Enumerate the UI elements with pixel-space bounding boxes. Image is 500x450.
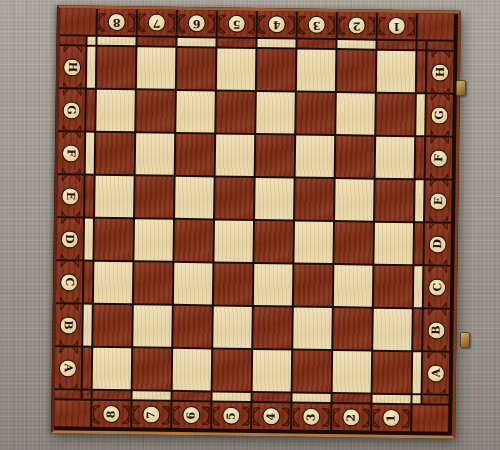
square-H3[interactable] [297,50,336,92]
coordinate-medallion: 5 [228,15,246,33]
frame-strip-bottom-8 [372,395,410,404]
coordinate-label: B [431,325,442,334]
rank-label-left-E: E [57,175,84,216]
corner-top-right [418,13,454,40]
square-A4[interactable] [253,350,292,392]
coordinate-medallion: 8 [102,405,120,423]
square-G7[interactable] [136,90,175,132]
scroll-ornament-icon [429,86,450,93]
square-F2[interactable] [336,136,375,178]
frame-strip-corner-br [412,395,420,403]
square-H6[interactable] [177,48,216,90]
coordinate-label: 5 [233,18,241,29]
square-E2[interactable] [335,179,374,221]
scroll-ornament-icon [332,407,341,428]
coordinate-medallion: 1 [388,17,406,35]
coordinate-medallion: 7 [142,405,160,423]
square-G6[interactable] [176,91,215,133]
coordinate-label: E [433,197,444,206]
scroll-ornament-icon [241,405,250,426]
frame-strip-left-7 [83,305,92,346]
square-G2[interactable] [336,93,375,135]
frame-strip-bottom-6 [292,394,330,403]
scroll-ornament-icon [62,46,83,53]
coordinate-medallion: 5 [222,407,240,425]
scroll-ornament-icon [59,210,80,217]
file-label-top-6: 6 [178,10,216,37]
scroll-ornament-icon [58,296,79,303]
corner-band-right-bottom [422,395,448,403]
scroll-ornament-icon [138,12,147,33]
rank-label-right-B: B [423,309,450,350]
file-label-top-7: 7 [138,9,176,36]
coordinate-medallion: B [59,316,77,334]
square-H2[interactable] [337,50,376,92]
coordinate-medallion: 3 [308,16,326,34]
rank-label-left-B: B [55,304,82,345]
scroll-ornament-icon [428,172,449,179]
frame-strip-top-7 [337,40,375,49]
scroll-ornament-icon [430,51,451,58]
square-H8[interactable] [97,47,136,89]
frame-strip-top-4 [217,38,255,47]
rank-label-right-A: A [423,352,450,393]
frame-strip-top-5 [257,39,295,48]
scroll-ornament-icon [425,387,446,394]
square-E6[interactable] [175,177,214,219]
scroll-ornament-icon [427,258,448,265]
scroll-ornament-icon [292,406,301,427]
frame-strip-left-6 [84,262,93,303]
square-D3[interactable] [294,222,333,264]
rank-label-left-F: F [58,132,85,173]
square-D6[interactable] [174,220,213,262]
scroll-ornament-icon [58,347,79,354]
coordinate-label: B [63,320,74,329]
corner-band-left-top [59,36,85,44]
frame-strip-top-6 [297,40,335,49]
coordinate-medallion: D [429,235,447,253]
scroll-ornament-icon [218,13,227,34]
square-C6[interactable] [174,263,213,305]
square-G8[interactable] [96,90,135,132]
scroll-ornament-icon [207,13,216,34]
coordinate-label: 3 [313,19,321,30]
square-F5[interactable] [216,134,255,176]
scroll-ornament-icon [167,12,176,33]
square-H7[interactable] [137,47,176,89]
coordinate-medallion: A [427,364,445,382]
frame-strip-right-1 [417,51,426,92]
file-label-bottom-4: 4 [252,403,290,430]
square-C7[interactable] [134,262,173,304]
square-B3[interactable] [293,308,332,350]
coordinate-label: D [432,239,443,249]
frame-strip-left-3 [86,133,95,174]
scroll-ornament-icon [407,16,416,37]
square-F1[interactable] [376,137,415,179]
coordinate-label: 7 [153,17,161,28]
scroll-ornament-icon [59,261,80,268]
scroll-ornament-icon [401,408,410,429]
rank-label-right-C: C [424,266,451,307]
coordinate-label: 1 [393,20,401,31]
coordinate-label: G [66,105,77,115]
square-C2[interactable] [334,265,373,307]
scroll-ornament-icon [161,404,170,425]
coordinate-label: H [435,67,446,78]
square-B7[interactable] [133,305,172,347]
square-A7[interactable] [133,348,172,390]
square-A6[interactable] [173,349,212,391]
square-G4[interactable] [256,92,295,134]
file-label-bottom-6: 6 [172,402,210,429]
square-D5[interactable] [214,220,253,262]
scroll-ornament-icon [132,404,141,425]
coordinate-medallion: F [430,149,448,167]
coordinate-medallion: 6 [182,406,200,424]
square-E1[interactable] [375,180,414,222]
coordinate-label: A [430,369,441,378]
scroll-ornament-icon [178,12,187,33]
corner-band-left-bottom [55,390,81,398]
square-H4[interactable] [257,49,296,91]
frame-strip-top-3 [177,38,215,47]
rank-label-right-D: D [424,223,451,264]
frame-strip-bottom-5 [253,393,291,402]
scroll-ornament-icon [172,404,181,425]
scroll-ornament-icon [61,124,82,131]
scroll-ornament-icon [59,253,80,260]
square-D4[interactable] [254,221,293,263]
square-A8[interactable] [93,348,132,390]
coordinate-medallion: E [429,192,447,210]
square-H1[interactable] [377,51,416,93]
scroll-ornament-icon [321,406,330,427]
scroll-ornament-icon [247,13,256,34]
rank-label-left-D: D [56,218,83,259]
file-label-top-8: 8 [98,9,136,36]
rank-label-left-H: H [59,46,86,87]
square-A3[interactable] [293,351,332,393]
scroll-ornament-icon [58,304,79,311]
coordinate-medallion: H [431,63,449,81]
square-B4[interactable] [253,307,292,349]
coordinate-label: F [433,154,444,162]
scroll-ornament-icon [298,14,307,35]
coordinate-label: 8 [106,410,117,418]
corner-bottom-left [54,400,90,427]
frame-strip-right-8 [413,352,422,393]
frame-strip-left-8 [83,348,92,389]
frame-strip-bottom-7 [332,394,370,403]
chess-board: 88HH77GG66FF55EE44DD33CC22BB11AA [51,5,461,439]
scroll-ornament-icon [361,407,370,428]
scroll-ornament-icon [281,406,290,427]
scroll-ornament-icon [428,180,449,187]
scroll-ornament-icon [57,382,78,389]
coordinate-label: 6 [193,18,201,29]
scroll-ornament-icon [372,407,381,428]
square-G1[interactable] [376,94,415,136]
scroll-ornament-icon [61,89,82,96]
square-E8[interactable] [95,176,134,218]
coordinate-label: 3 [306,413,317,421]
coordinate-medallion: 2 [342,408,360,426]
frame-strip-right-5 [414,223,423,264]
coordinate-medallion: H [63,58,81,76]
scroll-ornament-icon [429,129,450,136]
square-E5[interactable] [215,177,254,219]
square-B1[interactable] [373,309,412,351]
square-F8[interactable] [96,133,135,175]
square-A1[interactable] [373,352,412,394]
rank-label-right-H: H [427,51,454,92]
frame-strip-left-1 [87,47,96,88]
square-G5[interactable] [216,91,255,133]
scroll-ornament-icon [212,405,221,426]
scroll-ornament-icon [61,81,82,88]
square-F7[interactable] [136,133,175,175]
square-D1[interactable] [374,223,413,265]
coordinate-label: H [67,62,78,73]
scroll-ornament-icon [61,132,82,139]
coordinate-medallion: G [430,106,448,124]
file-label-top-3: 3 [298,12,336,39]
square-C8[interactable] [94,262,133,304]
frame-strip-bottom-4 [213,392,251,401]
square-C1[interactable] [374,266,413,308]
coordinate-label: 7 [146,411,157,419]
coordinate-medallion: G [62,101,80,119]
coordinate-medallion: 6 [188,14,206,32]
corner-band-right-top [427,41,453,49]
frame-strip-left-4 [85,176,94,217]
frame-strip-right-6 [414,266,423,307]
coordinate-label: 5 [226,412,237,420]
square-H5[interactable] [217,48,256,90]
file-label-bottom-3: 3 [292,404,330,431]
frame-strip-right-4 [415,180,424,221]
coordinate-medallion: 3 [302,408,320,426]
frame-strip-left-2 [86,90,95,131]
coordinate-medallion: F [62,144,80,162]
coordinate-medallion: 1 [382,409,400,427]
scroll-ornament-icon [426,309,447,316]
scroll-ornament-icon [367,15,376,36]
scroll-ornament-icon [427,215,448,222]
rank-label-left-G: G [58,89,85,130]
square-E7[interactable] [135,176,174,218]
frame-strip-right-3 [416,137,425,178]
scroll-ornament-icon [426,301,447,308]
frame-strip-left-5 [84,219,93,260]
scroll-ornament-icon [258,13,267,34]
file-label-top-2: 2 [338,12,376,39]
frame-strip-top-1 [97,37,135,46]
square-F3[interactable] [296,136,335,178]
square-D2[interactable] [334,222,373,264]
scroll-ornament-icon [287,14,296,35]
coordinate-label: 2 [353,20,361,31]
square-D8[interactable] [94,219,133,261]
square-A5[interactable] [213,349,252,391]
rank-label-right-E: E [425,180,452,221]
file-label-bottom-2: 2 [332,404,370,431]
coordinate-medallion: D [61,230,79,248]
coordinate-label: E [65,192,76,201]
brass-latch-top [456,80,466,96]
scroll-ornament-icon [60,167,81,174]
frame-strip-right-2 [416,94,425,135]
coordinate-label: F [65,149,76,157]
coordinate-label: 4 [266,412,277,420]
coordinate-label: C [432,283,443,292]
scroll-ornament-icon [92,403,101,424]
scroll-ornament-icon [378,15,387,36]
square-C5[interactable] [214,263,253,305]
rank-label-right-F: F [426,137,453,178]
file-label-bottom-7: 7 [132,401,170,428]
coordinate-medallion: 7 [148,13,166,31]
square-B6[interactable] [173,306,212,348]
coordinate-medallion: B [427,321,445,339]
square-E4[interactable] [255,178,294,220]
scroll-ornament-icon [98,11,107,32]
coordinate-medallion: 4 [262,407,280,425]
file-label-top-5: 5 [218,10,256,37]
frame-strip-corner-tl [87,37,95,45]
square-A2[interactable] [333,351,372,393]
scroll-ornament-icon [427,266,448,273]
square-F4[interactable] [256,135,295,177]
frame-strip-top-2 [137,37,175,46]
coordinate-label: D [64,234,75,244]
rank-label-left-C: C [56,261,83,302]
square-B2[interactable] [333,308,372,350]
frame-strip-corner-bl [83,391,91,399]
square-E3[interactable] [295,179,334,221]
square-B8[interactable] [93,305,132,347]
scroll-ornament-icon [58,339,79,346]
frame-strip-bottom-1 [93,391,131,400]
file-label-bottom-8: 8 [92,401,130,428]
scroll-ornament-icon [201,405,210,426]
square-B5[interactable] [213,306,252,348]
frame-strip-corner-tr [417,41,425,49]
scroll-ornament-icon [127,12,136,33]
rank-label-right-G: G [426,94,453,135]
coordinate-label: 2 [346,413,357,421]
scroll-ornament-icon [429,137,450,144]
coordinate-medallion: C [60,273,78,291]
coordinate-medallion: C [428,278,446,296]
square-D7[interactable] [134,219,173,261]
scroll-ornament-icon [427,223,448,230]
frame-strip-top-8 [377,41,415,50]
corner-bottom-right [412,405,448,432]
frame-strip-bottom-2 [133,391,171,400]
coordinate-label: 4 [273,19,281,30]
brass-latch-bottom [460,332,470,348]
scroll-ornament-icon [252,405,261,426]
coordinate-label: C [64,277,75,286]
scroll-ornament-icon [121,404,130,425]
square-F6[interactable] [176,134,215,176]
coordinate-medallion: 4 [268,15,286,33]
square-G3[interactable] [296,93,335,135]
scroll-ornament-icon [429,94,450,101]
scroll-ornament-icon [59,218,80,225]
frame-strip-right-7 [413,309,422,350]
square-C3[interactable] [294,265,333,307]
coordinate-label: 6 [186,411,197,419]
file-label-top-1: 1 [378,13,416,40]
coordinate-medallion: 2 [348,16,366,34]
scroll-ornament-icon [426,344,447,351]
coordinate-label: A [62,364,73,373]
scroll-ornament-icon [426,352,447,359]
file-label-bottom-1: 1 [372,405,410,432]
scroll-ornament-icon [327,14,336,35]
frame-strip-bottom-3 [173,392,211,401]
scroll-ornament-icon [60,175,81,182]
coordinate-medallion: A [59,359,77,377]
coordinate-medallion: 8 [108,13,126,31]
coordinate-label: 8 [113,16,121,27]
corner-top-left [60,8,96,35]
coordinate-label: 1 [386,414,397,422]
rank-label-left-A: A [55,347,82,388]
coordinate-label: G [434,110,445,120]
square-C4[interactable] [254,264,293,306]
file-label-top-4: 4 [258,11,296,38]
file-label-bottom-5: 5 [212,402,250,429]
coordinate-medallion: E [61,187,79,205]
scroll-ornament-icon [338,15,347,36]
